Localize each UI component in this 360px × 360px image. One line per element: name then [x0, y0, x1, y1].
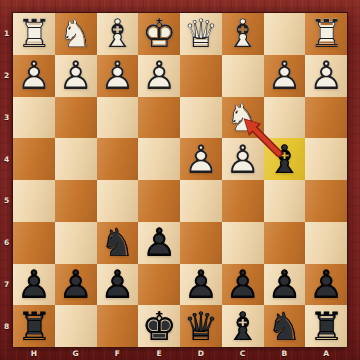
square-b4[interactable]: ♝♗	[264, 138, 306, 180]
square-c3[interactable]: ♞♘	[222, 97, 264, 139]
piece-black-pawn-h7[interactable]: ♟♙	[13, 264, 55, 306]
square-f6[interactable]: ♞♘	[97, 222, 139, 264]
piece-white-knight-c3[interactable]: ♞♘	[222, 97, 264, 139]
piece-black-rook-a8[interactable]: ♜♖	[305, 305, 347, 347]
square-g1[interactable]: ♞♘	[55, 13, 97, 55]
square-a5[interactable]	[305, 180, 347, 222]
piece-white-pawn-d4[interactable]: ♟♙	[180, 138, 222, 180]
square-d6[interactable]	[180, 222, 222, 264]
piece-black-rook-h8[interactable]: ♜♖	[13, 305, 55, 347]
piece-black-knight-f6[interactable]: ♞♘	[97, 222, 139, 264]
square-h8[interactable]: ♜♖	[13, 305, 55, 347]
square-c1[interactable]: ♝♗	[222, 13, 264, 55]
piece-black-knight-b8[interactable]: ♞♘	[264, 305, 306, 347]
piece-black-queen-d8[interactable]: ♛♕	[180, 305, 222, 347]
file-label-a: A	[305, 350, 347, 360]
square-c4[interactable]: ♟♙	[222, 138, 264, 180]
square-f5[interactable]	[97, 180, 139, 222]
square-g5[interactable]	[55, 180, 97, 222]
square-d3[interactable]	[180, 97, 222, 139]
square-e3[interactable]	[138, 97, 180, 139]
rank-label-1: 1	[0, 30, 13, 38]
square-f2[interactable]: ♟♙	[97, 55, 139, 97]
piece-white-bishop-f1[interactable]: ♝♗	[97, 13, 139, 55]
square-h6[interactable]	[13, 222, 55, 264]
square-g8[interactable]	[55, 305, 97, 347]
square-e6[interactable]: ♟♙	[138, 222, 180, 264]
square-d2[interactable]	[180, 55, 222, 97]
rank-label-4: 4	[0, 156, 13, 164]
square-d5[interactable]	[180, 180, 222, 222]
square-g4[interactable]	[55, 138, 97, 180]
rank-label-2: 2	[0, 72, 13, 80]
square-g6[interactable]	[55, 222, 97, 264]
piece-white-bishop-c1[interactable]: ♝♗	[222, 13, 264, 55]
piece-black-pawn-f7[interactable]: ♟♙	[97, 264, 139, 306]
square-e4[interactable]	[138, 138, 180, 180]
square-b6[interactable]	[264, 222, 306, 264]
square-b5[interactable]	[264, 180, 306, 222]
rank-label-6: 6	[0, 239, 13, 247]
rank-label-5: 5	[0, 197, 13, 205]
square-c6[interactable]	[222, 222, 264, 264]
piece-white-pawn-e2[interactable]: ♟♙	[138, 55, 180, 97]
rank-label-7: 7	[0, 281, 13, 289]
rank-label-8: 8	[0, 323, 13, 331]
square-h4[interactable]	[13, 138, 55, 180]
piece-black-pawn-e6[interactable]: ♟♙	[138, 222, 180, 264]
square-h1[interactable]: ♜♖	[13, 13, 55, 55]
square-d4[interactable]: ♟♙	[180, 138, 222, 180]
square-h2[interactable]: ♟♙	[13, 55, 55, 97]
piece-black-pawn-d7[interactable]: ♟♙	[180, 264, 222, 306]
square-c5[interactable]	[222, 180, 264, 222]
square-g2[interactable]: ♟♙	[55, 55, 97, 97]
square-d1[interactable]: ♛♕	[180, 13, 222, 55]
piece-black-pawn-a7[interactable]: ♟♙	[305, 264, 347, 306]
square-e1[interactable]: ♚♔	[138, 13, 180, 55]
file-label-e: E	[138, 350, 180, 360]
rank-label-3: 3	[0, 114, 13, 122]
square-a1[interactable]: ♜♖	[305, 13, 347, 55]
square-e7[interactable]	[138, 264, 180, 306]
piece-black-king-e8[interactable]: ♚♔	[138, 305, 180, 347]
square-e2[interactable]: ♟♙	[138, 55, 180, 97]
piece-black-pawn-c7[interactable]: ♟♙	[222, 264, 264, 306]
square-b8[interactable]: ♞♘	[264, 305, 306, 347]
file-label-h: H	[13, 350, 55, 360]
square-f8[interactable]	[97, 305, 139, 347]
piece-white-pawn-g2[interactable]: ♟♙	[55, 55, 97, 97]
piece-white-pawn-f2[interactable]: ♟♙	[97, 55, 139, 97]
square-h3[interactable]	[13, 97, 55, 139]
piece-white-knight-g1[interactable]: ♞♘	[55, 13, 97, 55]
square-c8[interactable]: ♝♗	[222, 305, 264, 347]
square-e5[interactable]	[138, 180, 180, 222]
square-h5[interactable]	[13, 180, 55, 222]
square-g3[interactable]	[55, 97, 97, 139]
square-b1[interactable]	[264, 13, 306, 55]
square-d7[interactable]: ♟♙	[180, 264, 222, 306]
square-f4[interactable]	[97, 138, 139, 180]
square-a3[interactable]	[305, 97, 347, 139]
chess-board: ♜♖♞♘♝♗♚♔♛♕♝♗♜♖♟♙♟♙♟♙♟♙♟♙♟♙♞♘♟♙♟♙♝♗♞♘♟♙♟♙…	[13, 13, 347, 347]
square-a7[interactable]: ♟♙	[305, 264, 347, 306]
square-a8[interactable]: ♜♖	[305, 305, 347, 347]
square-a6[interactable]	[305, 222, 347, 264]
square-c2[interactable]	[222, 55, 264, 97]
square-g7[interactable]: ♟♙	[55, 264, 97, 306]
piece-black-pawn-g7[interactable]: ♟♙	[55, 264, 97, 306]
file-label-b: B	[264, 350, 306, 360]
piece-white-pawn-a2[interactable]: ♟♙	[305, 55, 347, 97]
square-f3[interactable]	[97, 97, 139, 139]
square-f7[interactable]: ♟♙	[97, 264, 139, 306]
square-d8[interactable]: ♛♕	[180, 305, 222, 347]
square-b2[interactable]: ♟♙	[264, 55, 306, 97]
piece-white-king-e1[interactable]: ♚♔	[138, 13, 180, 55]
file-label-d: D	[180, 350, 222, 360]
piece-white-queen-d1[interactable]: ♛♕	[180, 13, 222, 55]
piece-white-rook-h1[interactable]: ♜♖	[13, 13, 55, 55]
piece-white-rook-a1[interactable]: ♜♖	[305, 13, 347, 55]
square-b3[interactable]	[264, 97, 306, 139]
piece-black-pawn-b7[interactable]: ♟♙	[264, 264, 306, 306]
piece-white-pawn-h2[interactable]: ♟♙	[13, 55, 55, 97]
square-e8[interactable]: ♚♔	[138, 305, 180, 347]
square-a2[interactable]: ♟♙	[305, 55, 347, 97]
square-f1[interactable]: ♝♗	[97, 13, 139, 55]
file-label-f: F	[97, 350, 139, 360]
piece-white-pawn-b2[interactable]: ♟♙	[264, 55, 306, 97]
piece-black-bishop-c8[interactable]: ♝♗	[222, 305, 264, 347]
square-c7[interactable]: ♟♙	[222, 264, 264, 306]
square-b7[interactable]: ♟♙	[264, 264, 306, 306]
file-label-g: G	[55, 350, 97, 360]
square-a4[interactable]	[305, 138, 347, 180]
piece-white-pawn-c4[interactable]: ♟♙	[222, 138, 264, 180]
chessboard-frame: ♜♖♞♘♝♗♚♔♛♕♝♗♜♖♟♙♟♙♟♙♟♙♟♙♟♙♞♘♟♙♟♙♝♗♞♘♟♙♟♙…	[0, 0, 360, 360]
piece-black-bishop-b4[interactable]: ♝♗	[264, 138, 306, 180]
square-h7[interactable]: ♟♙	[13, 264, 55, 306]
file-label-c: C	[222, 350, 264, 360]
